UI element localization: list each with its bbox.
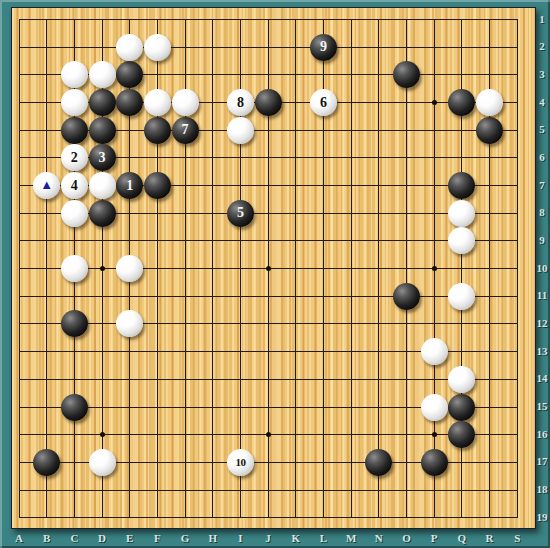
stone-black[interactable] [365,449,392,476]
column-label: D [98,533,106,544]
triangle-marker-icon: ▲ [40,178,53,191]
stone-white[interactable] [421,394,448,421]
row-label: 7 [539,179,545,190]
row-label: 14 [537,373,548,384]
grid-line-vertical [295,19,296,518]
star-point [432,100,437,105]
stone-white[interactable]: 8 [227,89,254,116]
column-label: E [126,533,133,544]
row-label: 12 [537,317,548,328]
stone-black[interactable] [33,449,60,476]
star-point [100,432,105,437]
stone-white[interactable] [89,172,116,199]
grid-line-horizontal [19,490,518,491]
stone-black[interactable] [89,89,116,116]
stone-white[interactable] [448,200,475,227]
stone-black[interactable] [89,117,116,144]
row-label: 16 [537,428,548,439]
column-label: B [43,533,50,544]
stone-black[interactable]: 7 [172,117,199,144]
stone-black[interactable] [421,449,448,476]
column-label: O [402,533,411,544]
stone-black[interactable] [476,117,503,144]
grid-line-vertical [406,19,407,518]
stone-white[interactable] [144,34,171,61]
row-label: 3 [539,68,545,79]
grid-line-horizontal [19,323,518,324]
stone-black[interactable] [61,394,88,421]
stone-black[interactable] [89,200,116,227]
stone-white[interactable] [61,255,88,282]
stone-black[interactable] [448,394,475,421]
stone-black[interactable] [393,283,420,310]
column-label: N [375,533,383,544]
row-label: 13 [537,345,548,356]
stone-white[interactable] [89,61,116,88]
row-label: 15 [537,401,548,412]
column-label: A [15,533,23,544]
column-label: S [514,533,520,544]
star-point [266,266,271,271]
column-label: L [320,533,327,544]
stone-white[interactable] [476,89,503,116]
column-label: K [292,533,301,544]
stone-black[interactable] [144,172,171,199]
stone-white[interactable] [61,200,88,227]
stone-white[interactable] [227,117,254,144]
goban-frame: 97315862▲410 ABCDEFGHIJKLMNOPQRS 1234567… [0,0,550,548]
move-number: 7 [182,123,189,137]
move-number: 9 [320,40,327,54]
stone-white[interactable] [144,89,171,116]
stone-black[interactable] [255,89,282,116]
move-number: 4 [71,179,78,193]
stone-black[interactable]: 5 [227,200,254,227]
row-label: 5 [539,124,545,135]
move-number: 8 [237,96,244,110]
stone-black[interactable] [61,117,88,144]
move-number: 2 [71,151,78,165]
grid-line-horizontal [19,296,518,297]
column-label: G [181,533,190,544]
stone-white[interactable] [421,338,448,365]
stone-white[interactable] [172,89,199,116]
stone-black[interactable]: 3 [89,144,116,171]
column-label: I [238,533,242,544]
grid-line-vertical [351,19,352,518]
column-label: H [208,533,217,544]
row-label: 18 [537,484,548,495]
column-label: J [265,533,271,544]
stone-white[interactable]: 6 [310,89,337,116]
row-label: 10 [537,262,548,273]
stone-white[interactable] [89,449,116,476]
star-point [266,432,271,437]
star-point [432,266,437,271]
move-number: 10 [235,457,245,468]
column-label: C [70,533,78,544]
move-number: 3 [99,151,106,165]
row-label: 8 [539,207,545,218]
stone-white[interactable] [116,34,143,61]
grid-line-horizontal [19,517,518,518]
grid-line-horizontal [19,379,518,380]
stone-black[interactable] [144,117,171,144]
stone-white[interactable]: 4 [61,172,88,199]
stone-white[interactable] [448,283,475,310]
column-label: R [486,533,494,544]
row-label: 1 [539,13,545,24]
stone-white[interactable]: 10 [227,449,254,476]
column-label: Q [458,533,467,544]
row-label: 19 [537,511,548,522]
grid-line-vertical [517,19,518,518]
star-point [100,266,105,271]
column-label: M [346,533,356,544]
star-point [432,432,437,437]
row-label: 11 [537,290,547,301]
row-label: 9 [539,234,545,245]
stone-black[interactable]: 9 [310,34,337,61]
column-label: F [154,533,161,544]
stone-white[interactable] [61,89,88,116]
row-label: 4 [539,96,545,107]
move-number: 1 [126,179,133,193]
move-number: 5 [237,206,244,220]
grid-line-vertical [378,19,379,518]
row-label: 6 [539,151,545,162]
row-label: 2 [539,41,545,52]
row-label: 17 [537,456,548,467]
move-number: 6 [320,96,327,110]
stone-white[interactable] [448,366,475,393]
column-label: P [431,533,438,544]
